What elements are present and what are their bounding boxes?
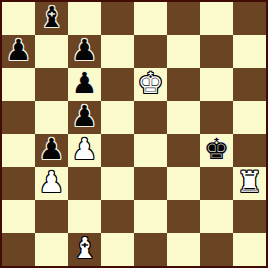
white-pawn: ♟ xyxy=(72,133,98,166)
square-c3[interactable] xyxy=(68,167,101,200)
square-h1[interactable] xyxy=(233,233,266,266)
square-e8[interactable] xyxy=(134,2,167,35)
square-f1[interactable] xyxy=(167,233,200,266)
square-e3[interactable] xyxy=(134,167,167,200)
square-b2[interactable] xyxy=(35,200,68,233)
square-g4[interactable]: ♚ xyxy=(200,134,233,167)
square-d1[interactable] xyxy=(101,233,134,266)
square-h2[interactable] xyxy=(233,200,266,233)
chess-board: ♝♟♟♟♚♟♟♟♚♟♜♝ xyxy=(2,2,266,266)
square-c4[interactable]: ♟ xyxy=(68,134,101,167)
square-g5[interactable] xyxy=(200,101,233,134)
square-h3[interactable]: ♜ xyxy=(233,167,266,200)
square-h5[interactable] xyxy=(233,101,266,134)
black-bishop: ♝ xyxy=(39,1,65,34)
white-king: ♚ xyxy=(138,67,164,100)
black-king: ♚ xyxy=(204,133,230,166)
square-f5[interactable] xyxy=(167,101,200,134)
square-d3[interactable] xyxy=(101,167,134,200)
square-f7[interactable] xyxy=(167,35,200,68)
square-d2[interactable] xyxy=(101,200,134,233)
square-c6[interactable]: ♟ xyxy=(68,68,101,101)
black-pawn: ♟ xyxy=(72,100,98,133)
square-g3[interactable] xyxy=(200,167,233,200)
square-h8[interactable] xyxy=(233,2,266,35)
board-border: ♝♟♟♟♚♟♟♟♚♟♜♝ xyxy=(0,0,268,268)
square-d8[interactable] xyxy=(101,2,134,35)
square-f2[interactable] xyxy=(167,200,200,233)
square-f8[interactable] xyxy=(167,2,200,35)
white-pawn: ♟ xyxy=(39,166,65,199)
square-e1[interactable] xyxy=(134,233,167,266)
chess-diagram: ♝♟♟♟♚♟♟♟♚♟♜♝ xyxy=(0,0,268,268)
square-h6[interactable] xyxy=(233,68,266,101)
square-d6[interactable] xyxy=(101,68,134,101)
square-a7[interactable]: ♟ xyxy=(2,35,35,68)
square-b5[interactable] xyxy=(35,101,68,134)
square-c2[interactable] xyxy=(68,200,101,233)
square-b1[interactable] xyxy=(35,233,68,266)
square-a2[interactable] xyxy=(2,200,35,233)
square-d4[interactable] xyxy=(101,134,134,167)
square-b8[interactable]: ♝ xyxy=(35,2,68,35)
black-pawn: ♟ xyxy=(72,67,98,100)
square-c7[interactable]: ♟ xyxy=(68,35,101,68)
white-bishop: ♝ xyxy=(72,232,98,265)
square-a1[interactable] xyxy=(2,233,35,266)
black-pawn: ♟ xyxy=(39,133,65,166)
black-pawn: ♟ xyxy=(72,34,98,67)
square-b4[interactable]: ♟ xyxy=(35,134,68,167)
square-a5[interactable] xyxy=(2,101,35,134)
square-g2[interactable] xyxy=(200,200,233,233)
square-f6[interactable] xyxy=(167,68,200,101)
square-b7[interactable] xyxy=(35,35,68,68)
square-c5[interactable]: ♟ xyxy=(68,101,101,134)
square-e6[interactable]: ♚ xyxy=(134,68,167,101)
square-e7[interactable] xyxy=(134,35,167,68)
square-g8[interactable] xyxy=(200,2,233,35)
square-e5[interactable] xyxy=(134,101,167,134)
square-d5[interactable] xyxy=(101,101,134,134)
square-g7[interactable] xyxy=(200,35,233,68)
black-pawn: ♟ xyxy=(6,34,32,67)
square-f4[interactable] xyxy=(167,134,200,167)
square-h7[interactable] xyxy=(233,35,266,68)
square-f3[interactable] xyxy=(167,167,200,200)
square-a6[interactable] xyxy=(2,68,35,101)
square-a4[interactable] xyxy=(2,134,35,167)
square-e4[interactable] xyxy=(134,134,167,167)
square-a8[interactable] xyxy=(2,2,35,35)
square-b6[interactable] xyxy=(35,68,68,101)
square-e2[interactable] xyxy=(134,200,167,233)
square-g1[interactable] xyxy=(200,233,233,266)
square-h4[interactable] xyxy=(233,134,266,167)
square-c1[interactable]: ♝ xyxy=(68,233,101,266)
square-a3[interactable] xyxy=(2,167,35,200)
square-c8[interactable] xyxy=(68,2,101,35)
white-rook: ♜ xyxy=(237,166,263,199)
square-d7[interactable] xyxy=(101,35,134,68)
square-b3[interactable]: ♟ xyxy=(35,167,68,200)
square-g6[interactable] xyxy=(200,68,233,101)
